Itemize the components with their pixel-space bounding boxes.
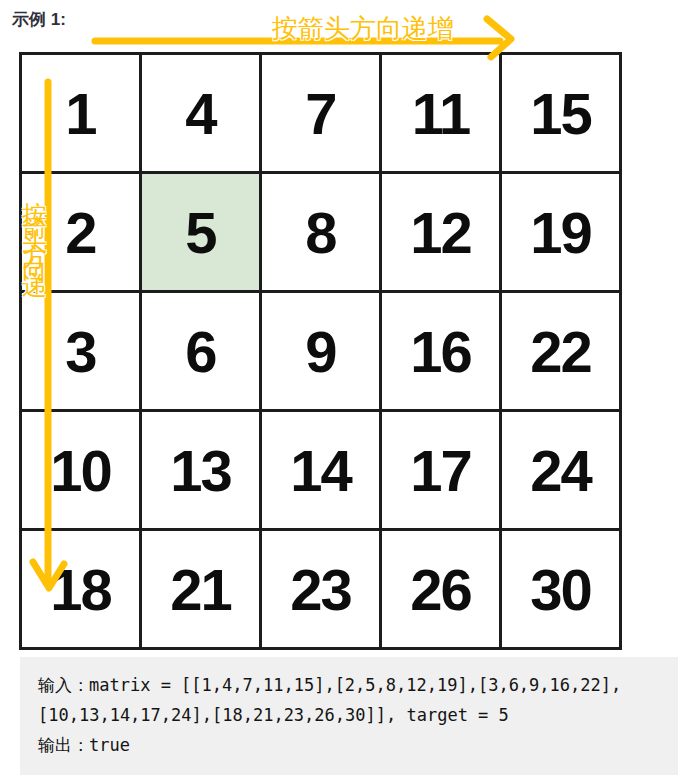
grid-cell: 19 xyxy=(502,174,619,290)
grid-cell: 13 xyxy=(142,412,259,528)
grid-cell: 11 xyxy=(382,55,499,171)
example-diagram: 示例 1: 按箭头方向递增 按箭头方向递 1 4 7 11 15 2 5 8 1… xyxy=(0,0,678,780)
grid-cell: 16 xyxy=(382,293,499,409)
grid-cell: 1 xyxy=(22,55,139,171)
grid-cell: 6 xyxy=(142,293,259,409)
grid-cell: 17 xyxy=(382,412,499,528)
grid-cell: 3 xyxy=(22,293,139,409)
grid-cell: 12 xyxy=(382,174,499,290)
input-output-block: 输入：matrix = [[1,4,7,11,15],[2,5,8,12,19]… xyxy=(20,657,678,775)
grid-cell: 26 xyxy=(382,531,499,647)
grid-cell: 8 xyxy=(262,174,379,290)
left-arrow-label: 按箭头方向递 xyxy=(19,181,45,265)
grid-cell: 30 xyxy=(502,531,619,647)
grid-cell: 4 xyxy=(142,55,259,171)
grid-cell: 14 xyxy=(262,412,379,528)
grid-cell: 24 xyxy=(502,412,619,528)
output-line: 输出：true xyxy=(38,730,678,760)
example-title: 示例 1: xyxy=(12,8,66,31)
matrix-grid: 1 4 7 11 15 2 5 8 12 19 3 6 9 16 22 10 1… xyxy=(19,52,622,650)
input-line-2: [10,13,14,17,24],[18,21,23,26,30]], targ… xyxy=(38,700,678,730)
grid-cell: 23 xyxy=(262,531,379,647)
grid-cell: 9 xyxy=(262,293,379,409)
grid-cell: 15 xyxy=(502,55,619,171)
top-arrow-label: 按箭头方向递增 xyxy=(272,11,454,46)
grid-cell: 18 xyxy=(22,531,139,647)
input-line-1: 输入：matrix = [[1,4,7,11,15],[2,5,8,12,19]… xyxy=(38,670,678,700)
grid-cell: 7 xyxy=(262,55,379,171)
grid-cell: 10 xyxy=(22,412,139,528)
grid-cell-highlighted-target: 5 xyxy=(142,174,259,290)
grid-cell: 22 xyxy=(502,293,619,409)
grid-cell: 21 xyxy=(142,531,259,647)
